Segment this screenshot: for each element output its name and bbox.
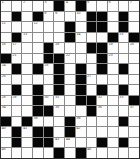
white-cell-r10c3[interactable] <box>22 96 32 106</box>
white-cell-r15c13[interactable] <box>129 148 139 158</box>
black-cell-r12c12 <box>119 117 129 127</box>
clue-number-20: 20 <box>130 43 134 47</box>
clue-number-31: 31 <box>55 96 59 100</box>
white-cell-r2c6[interactable]: 9 <box>54 12 64 22</box>
white-cell-r11c3[interactable] <box>22 106 32 116</box>
white-cell-r1c13[interactable]: 7 <box>129 1 139 11</box>
white-cell-r14c11[interactable] <box>108 138 118 148</box>
black-cell-r14c2 <box>12 138 22 148</box>
white-cell-r3c5[interactable] <box>44 22 54 32</box>
white-cell-r7c9[interactable] <box>87 64 97 74</box>
clue-number-15: 15 <box>119 33 123 37</box>
black-cell-r12c3 <box>22 117 32 127</box>
black-cell-r10c4 <box>33 96 43 106</box>
white-cell-r5c13[interactable]: 20 <box>129 43 139 53</box>
white-cell-r5c7[interactable] <box>65 43 75 53</box>
clue-number-38: 38 <box>34 117 38 121</box>
white-cell-r11c13[interactable]: 37 <box>129 106 139 116</box>
clue-number-14: 14 <box>76 33 80 37</box>
clue-number-27: 27 <box>87 75 91 79</box>
white-cell-r8c7[interactable] <box>65 75 75 85</box>
white-cell-r11c1[interactable]: 34 <box>1 106 11 116</box>
black-cell-r5c10 <box>97 43 107 53</box>
black-cell-r5c9 <box>87 43 97 53</box>
black-cell-r4c7 <box>65 33 75 43</box>
black-cell-r14c5 <box>44 138 54 148</box>
clue-number-11: 11 <box>2 22 6 26</box>
black-cell-r2c4 <box>33 12 43 22</box>
white-cell-r11c2[interactable] <box>12 106 22 116</box>
white-cell-r5c12[interactable] <box>119 43 129 53</box>
white-cell-r12c6[interactable] <box>54 117 64 127</box>
clue-number-8: 8 <box>44 12 46 16</box>
white-cell-r7c7[interactable] <box>65 64 75 74</box>
white-cell-r7c3[interactable] <box>22 64 32 74</box>
black-cell-r4c13 <box>129 33 139 43</box>
black-cell-r2c2 <box>12 12 22 22</box>
white-cell-r6c4[interactable] <box>33 54 43 64</box>
white-cell-r6c9[interactable] <box>87 54 97 64</box>
white-cell-r5c6[interactable]: 18 <box>54 43 64 53</box>
clue-number-33: 33 <box>119 96 123 100</box>
black-cell-r7c4 <box>33 64 43 74</box>
white-cell-r14c1[interactable] <box>1 138 11 148</box>
clue-number-39: 39 <box>76 117 80 121</box>
white-cell-r12c10[interactable] <box>97 117 107 127</box>
black-cell-r9c8 <box>76 85 86 95</box>
white-cell-r2c3[interactable] <box>22 12 32 22</box>
clue-number-45: 45 <box>2 148 6 152</box>
white-cell-r5c11[interactable]: 19 <box>108 43 118 53</box>
black-cell-r15c8 <box>76 148 86 158</box>
black-cell-r6c1 <box>1 54 11 64</box>
clue-number-12: 12 <box>34 22 38 26</box>
clue-number-25: 25 <box>44 64 48 68</box>
black-cell-r10c8 <box>76 96 86 106</box>
clue-number-6: 6 <box>108 1 110 5</box>
black-cell-r3c7 <box>65 22 75 32</box>
crossword-page: 1234567891011121314151617181920212223242… <box>0 0 140 159</box>
white-cell-r11c10[interactable]: 36 <box>97 106 107 116</box>
white-cell-r15c12[interactable] <box>119 148 129 158</box>
white-cell-r13c11[interactable] <box>108 127 118 137</box>
clue-number-41: 41 <box>23 127 27 131</box>
white-cell-r10c7[interactable] <box>65 96 75 106</box>
white-cell-r1c10[interactable] <box>97 1 107 11</box>
black-cell-r9c6 <box>54 85 64 95</box>
white-cell-r4c6[interactable] <box>54 33 64 43</box>
white-cell-r8c10[interactable] <box>97 75 107 85</box>
white-cell-r1c2[interactable] <box>12 1 22 11</box>
white-cell-r9c9[interactable] <box>87 85 97 95</box>
white-cell-r10c6[interactable]: 31 <box>54 96 64 106</box>
white-cell-r3c1[interactable]: 11 <box>1 22 11 32</box>
white-cell-r13c12[interactable] <box>119 127 129 137</box>
white-cell-r12c9[interactable] <box>87 117 97 127</box>
white-cell-r11c7[interactable] <box>65 106 75 116</box>
white-cell-r14c6[interactable]: 43 <box>54 138 64 148</box>
black-cell-r7c2 <box>12 64 22 74</box>
clue-number-5: 5 <box>87 1 89 5</box>
white-cell-r3c13[interactable] <box>129 22 139 32</box>
black-cell-r8c6 <box>54 75 64 85</box>
clue-number-46: 46 <box>87 148 91 152</box>
black-cell-r9c2 <box>12 85 22 95</box>
black-cell-r12c1 <box>1 117 11 127</box>
white-cell-r12c5[interactable] <box>44 117 54 127</box>
black-cell-r13c4 <box>33 127 43 137</box>
white-cell-r1c12[interactable] <box>119 1 129 11</box>
black-cell-r4c2 <box>12 33 22 43</box>
black-cell-r9c4 <box>33 85 43 95</box>
white-cell-r10c5[interactable]: 30 <box>44 96 54 106</box>
white-cell-r10c10[interactable]: 32 <box>97 96 107 106</box>
white-cell-r4c12[interactable]: 15 <box>119 33 129 43</box>
white-cell-r2c13[interactable] <box>129 12 139 22</box>
white-cell-r10c2[interactable]: 29 <box>12 96 22 106</box>
black-cell-r7c8 <box>76 64 86 74</box>
white-cell-r15c4[interactable] <box>33 148 43 158</box>
black-cell-r11c4 <box>33 106 43 116</box>
black-cell-r11c9 <box>87 106 97 116</box>
black-cell-r2c9 <box>87 12 97 22</box>
black-cell-r13c2 <box>12 127 22 137</box>
white-cell-r8c4[interactable] <box>33 75 43 85</box>
white-cell-r6c12[interactable] <box>119 54 129 64</box>
white-cell-r3c8[interactable] <box>76 22 86 32</box>
black-cell-r5c5 <box>44 43 54 53</box>
white-cell-r8c13[interactable] <box>129 75 139 85</box>
white-cell-r10c12[interactable]: 33 <box>119 96 129 106</box>
clue-number-2: 2 <box>23 1 25 5</box>
black-cell-r2c10 <box>97 12 107 22</box>
clue-number-35: 35 <box>55 106 59 110</box>
white-cell-r2c7[interactable] <box>65 12 75 22</box>
white-cell-r7c1[interactable]: 24 <box>1 64 11 74</box>
white-cell-r3c3[interactable] <box>22 22 32 32</box>
black-cell-r9c12 <box>119 85 129 95</box>
white-cell-r13c8[interactable]: 42 <box>76 127 86 137</box>
white-cell-r7c11[interactable] <box>108 64 118 74</box>
white-cell-r14c7[interactable]: 44 <box>65 138 75 148</box>
black-cell-r10c9 <box>87 96 97 106</box>
clue-number-19: 19 <box>108 43 112 47</box>
white-cell-r4c10[interactable] <box>97 33 107 43</box>
white-cell-r4c3[interactable]: 13 <box>22 33 32 43</box>
white-cell-r1c9[interactable]: 5 <box>87 1 97 11</box>
white-cell-r1c4[interactable] <box>33 1 43 11</box>
white-cell-r12c13[interactable] <box>129 117 139 127</box>
white-cell-r3c4[interactable]: 12 <box>33 22 43 32</box>
clue-number-3: 3 <box>44 1 46 5</box>
black-cell-r6c10 <box>97 54 107 64</box>
clue-number-21: 21 <box>12 54 16 58</box>
white-cell-r3c6[interactable] <box>54 22 64 32</box>
white-cell-r5c1[interactable]: 16 <box>1 43 11 53</box>
clue-number-22: 22 <box>66 54 70 58</box>
white-cell-r15c9[interactable]: 46 <box>87 148 97 158</box>
white-cell-r11c11[interactable] <box>108 106 118 116</box>
black-cell-r1c8 <box>76 1 86 11</box>
black-cell-r3c9 <box>87 22 97 32</box>
clue-number-23: 23 <box>108 54 112 58</box>
white-cell-r2c1[interactable] <box>1 12 11 22</box>
white-cell-r3c2[interactable] <box>12 22 22 32</box>
clue-number-18: 18 <box>55 43 59 47</box>
black-cell-r1c6 <box>54 1 64 11</box>
clue-number-24: 24 <box>2 64 6 68</box>
white-cell-r1c3[interactable]: 2 <box>22 1 32 11</box>
black-cell-r10c13 <box>129 96 139 106</box>
black-cell-r3c10 <box>97 22 107 32</box>
black-cell-r3c12 <box>119 22 129 32</box>
clue-number-1: 1 <box>2 1 4 5</box>
white-cell-r2c8[interactable]: 10 <box>76 12 86 22</box>
clue-number-13: 13 <box>23 33 27 37</box>
black-cell-r14c10 <box>97 138 107 148</box>
white-cell-r7c13[interactable] <box>129 64 139 74</box>
white-cell-r5c8[interactable] <box>76 43 86 53</box>
white-cell-r14c3[interactable] <box>22 138 32 148</box>
white-cell-r9c11[interactable] <box>108 85 118 95</box>
black-cell-r15c6 <box>54 148 64 158</box>
white-cell-r5c3[interactable] <box>22 43 32 53</box>
white-cell-r11c6[interactable]: 35 <box>54 106 64 116</box>
clue-number-34: 34 <box>2 106 6 110</box>
white-cell-r8c11[interactable] <box>108 75 118 85</box>
white-cell-r14c8[interactable] <box>76 138 86 148</box>
white-cell-r13c6[interactable] <box>54 127 64 137</box>
white-cell-r5c4[interactable] <box>33 43 43 53</box>
white-cell-r2c11[interactable] <box>108 12 118 22</box>
white-cell-r13c9[interactable] <box>87 127 97 137</box>
black-cell-r7c6 <box>54 64 64 74</box>
black-cell-r7c12 <box>119 64 129 74</box>
black-cell-r11c5 <box>44 106 54 116</box>
white-cell-r13c1[interactable]: 40 <box>1 127 11 137</box>
white-cell-r4c4[interactable] <box>33 33 43 43</box>
white-cell-r8c2[interactable] <box>12 75 22 85</box>
white-cell-r9c13[interactable] <box>129 85 139 95</box>
white-cell-r15c2[interactable] <box>12 148 22 158</box>
white-cell-r10c11[interactable] <box>108 96 118 106</box>
white-cell-r4c8[interactable]: 14 <box>76 33 86 43</box>
crossword-grid: 1234567891011121314151617181920212223242… <box>0 0 140 159</box>
black-cell-r14c4 <box>33 138 43 148</box>
white-cell-r6c13[interactable] <box>129 54 139 64</box>
white-cell-r10c1[interactable]: 28 <box>1 96 11 106</box>
white-cell-r8c5[interactable] <box>44 75 54 85</box>
clue-number-10: 10 <box>76 12 80 16</box>
white-cell-r2c5[interactable]: 8 <box>44 12 54 22</box>
clue-number-43: 43 <box>55 138 59 142</box>
clue-number-26: 26 <box>2 75 6 79</box>
white-cell-r11c12[interactable] <box>119 106 129 116</box>
white-cell-r3c11[interactable] <box>108 22 118 32</box>
white-cell-r6c8[interactable] <box>76 54 86 64</box>
white-cell-r1c5[interactable]: 3 <box>44 1 54 11</box>
black-cell-r12c7 <box>65 117 75 127</box>
white-cell-r9c5[interactable] <box>44 85 54 95</box>
clue-number-9: 9 <box>55 12 57 16</box>
white-cell-r9c3[interactable] <box>22 85 32 95</box>
white-cell-r15c10[interactable] <box>97 148 107 158</box>
white-cell-r15c1[interactable]: 45 <box>1 148 11 158</box>
black-cell-r6c6 <box>54 54 64 64</box>
clue-number-16: 16 <box>2 43 6 47</box>
white-cell-r9c7[interactable] <box>65 85 75 95</box>
clue-number-32: 32 <box>98 96 102 100</box>
clue-number-17: 17 <box>12 43 16 47</box>
black-cell-r13c5 <box>44 127 54 137</box>
clue-number-7: 7 <box>130 1 132 5</box>
white-cell-r8c1[interactable]: 26 <box>1 75 11 85</box>
white-cell-r13c10[interactable] <box>97 127 107 137</box>
white-cell-r15c5[interactable] <box>44 148 54 158</box>
clue-number-37: 37 <box>130 106 134 110</box>
clue-number-36: 36 <box>98 106 102 110</box>
clue-number-44: 44 <box>66 138 70 142</box>
white-cell-r12c11[interactable] <box>108 117 118 127</box>
clue-number-42: 42 <box>76 127 80 131</box>
white-cell-r1c7[interactable]: 4 <box>65 1 75 11</box>
white-cell-r8c9[interactable]: 27 <box>87 75 97 85</box>
white-cell-r11c8[interactable] <box>76 106 86 116</box>
white-cell-r12c8[interactable]: 39 <box>76 117 86 127</box>
black-cell-r7c10 <box>97 64 107 74</box>
black-cell-r6c5 <box>44 54 54 64</box>
clue-number-29: 29 <box>12 96 16 100</box>
black-cell-r14c12 <box>119 138 129 148</box>
white-cell-r8c12[interactable] <box>119 75 129 85</box>
white-cell-r6c3[interactable] <box>22 54 32 64</box>
white-cell-r12c2[interactable] <box>12 117 22 127</box>
clue-number-4: 4 <box>66 1 68 5</box>
clue-number-30: 30 <box>44 96 48 100</box>
clue-number-40: 40 <box>2 127 6 131</box>
white-cell-r15c7[interactable] <box>65 148 75 158</box>
white-cell-r4c9[interactable] <box>87 33 97 43</box>
white-cell-r6c2[interactable]: 21 <box>12 54 22 64</box>
white-cell-r6c7[interactable]: 22 <box>65 54 75 64</box>
white-cell-r8c3[interactable] <box>22 75 32 85</box>
white-cell-r14c9[interactable] <box>87 138 97 148</box>
white-cell-r1c11[interactable]: 6 <box>108 1 118 11</box>
white-cell-r13c3[interactable]: 41 <box>22 127 32 137</box>
white-cell-r15c11[interactable] <box>108 148 118 158</box>
black-cell-r9c10 <box>97 85 107 95</box>
white-cell-r12c4[interactable]: 38 <box>33 117 43 127</box>
white-cell-r7c5[interactable]: 25 <box>44 64 54 74</box>
white-cell-r15c3[interactable] <box>22 148 32 158</box>
white-cell-r1c1[interactable]: 1 <box>1 1 11 11</box>
black-cell-r2c12 <box>119 12 129 22</box>
black-cell-r4c11 <box>108 33 118 43</box>
white-cell-r9c1[interactable] <box>1 85 11 95</box>
white-cell-r4c1[interactable] <box>1 33 11 43</box>
white-cell-r6c11[interactable]: 23 <box>108 54 118 64</box>
white-cell-r5c2[interactable]: 17 <box>12 43 22 53</box>
clue-number-28: 28 <box>2 96 6 100</box>
white-cell-r4c5[interactable] <box>44 33 54 43</box>
white-cell-r14c13[interactable] <box>129 138 139 148</box>
white-cell-r13c13[interactable] <box>129 127 139 137</box>
black-cell-r8c8 <box>76 75 86 85</box>
black-cell-r13c7 <box>65 127 75 137</box>
